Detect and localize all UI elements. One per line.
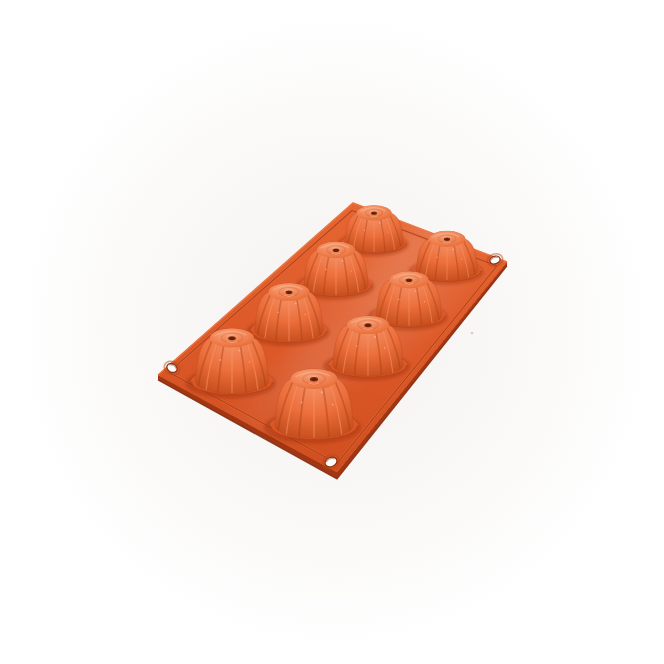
cavity-center-hole-core <box>366 324 370 326</box>
silicone-glint-speck <box>277 312 279 314</box>
silicone-glint-speck <box>301 402 303 404</box>
silicone-glint-speck <box>424 301 425 302</box>
silicone-glint-speck <box>356 345 358 347</box>
dust-speck <box>471 332 474 335</box>
silicone-glint-speck <box>238 349 240 351</box>
cavity-center-hole-core <box>407 279 411 281</box>
silicone-glint-speck <box>351 270 352 271</box>
cavity-center-hole-core <box>287 291 291 293</box>
silicone-glint-speck <box>415 290 417 292</box>
cavity-center-hole-core <box>230 337 234 339</box>
silicone-glint-speck <box>249 361 251 363</box>
silicone-glint-speck <box>461 258 462 259</box>
silicone-glint-speck <box>332 404 334 406</box>
silicone-glint-speck <box>452 249 454 251</box>
silicone-glint-speck <box>325 268 327 270</box>
silicone-glint-speck <box>398 299 400 301</box>
cavity-center-hole-core <box>312 378 317 380</box>
silicone-glint-speck <box>384 347 386 349</box>
product-photo <box>0 0 664 664</box>
silicone-glint-speck <box>437 257 438 258</box>
silicone-glint-speck <box>379 222 381 224</box>
silicone-glint-speck <box>342 260 344 262</box>
silicone-glint-speck <box>321 391 323 393</box>
silicone-glint-speck <box>295 303 297 305</box>
silicone-glint-speck <box>305 314 306 315</box>
silicone-glint-speck <box>219 359 221 361</box>
silicone-glint-speck <box>387 232 388 233</box>
cavity-center-hole-core <box>334 249 338 251</box>
silicone-glint-speck <box>364 230 365 231</box>
silicone-glint-speck <box>374 336 376 338</box>
silicone-mold-image <box>0 0 664 664</box>
cavity-center-hole-core <box>372 212 375 214</box>
cavity-center-hole-core <box>445 239 449 241</box>
